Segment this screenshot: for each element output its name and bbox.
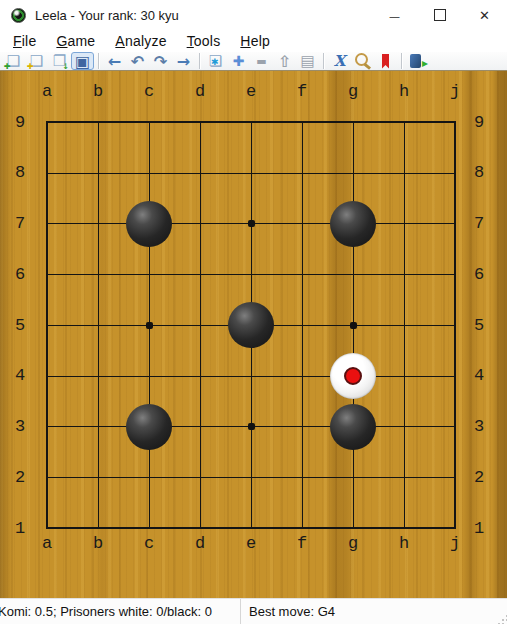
intersection-a6[interactable] <box>22 249 73 300</box>
intersection-d8[interactable] <box>175 147 226 198</box>
intersection-h8[interactable] <box>379 147 430 198</box>
intersection-d6[interactable] <box>175 249 226 300</box>
hoshi-point <box>248 220 255 227</box>
intersection-h1[interactable] <box>379 503 430 554</box>
intersection-d2[interactable] <box>175 452 226 503</box>
intersection-d1[interactable] <box>175 503 226 554</box>
leela-window: Leela - Your rank: 30 kyu FileGameAnalyz… <box>0 0 507 624</box>
bookmark-position-icon[interactable] <box>374 52 397 70</box>
hash-board-icon[interactable] <box>296 52 319 70</box>
intersection-h2[interactable] <box>379 452 430 503</box>
menu-help[interactable]: Help <box>230 33 280 49</box>
intersection-f7[interactable] <box>277 198 328 249</box>
black-stone-e5 <box>228 302 274 348</box>
maximize-button[interactable] <box>417 0 462 30</box>
intersection-f6[interactable] <box>277 249 328 300</box>
redo-move-icon[interactable] <box>149 52 172 70</box>
intersection-c1[interactable] <box>124 503 175 554</box>
minimize-button[interactable] <box>372 0 417 30</box>
intersection-f8[interactable] <box>277 147 328 198</box>
pass-move-icon[interactable] <box>273 52 296 70</box>
intersection-d7[interactable] <box>175 198 226 249</box>
black-stone-c7 <box>126 201 172 247</box>
black-stone-g7 <box>330 201 376 247</box>
white-stone-g4 <box>330 353 376 399</box>
intersection-h5[interactable] <box>379 300 430 351</box>
intersection-f2[interactable] <box>277 452 328 503</box>
intersection-b8[interactable] <box>73 147 124 198</box>
menu-analyze[interactable]: Analyze <box>105 33 176 49</box>
intersection-e7[interactable] <box>226 198 277 249</box>
intersection-b4[interactable] <box>73 350 124 401</box>
intersection-e4[interactable] <box>226 350 277 401</box>
resize-grip[interactable] <box>502 619 504 621</box>
intersection-a3[interactable] <box>22 401 73 452</box>
intersection-a4[interactable] <box>22 350 73 401</box>
intersection-c3[interactable] <box>124 401 175 452</box>
intersection-b1[interactable] <box>73 503 124 554</box>
intersection-b9[interactable] <box>73 97 124 148</box>
status-best-move: Best move: G4 <box>241 604 335 619</box>
intersection-c8[interactable] <box>124 147 175 198</box>
intersection-a9[interactable] <box>22 97 73 148</box>
zoom-board-icon[interactable] <box>351 52 374 70</box>
intersection-b6[interactable] <box>73 249 124 300</box>
intersection-g6[interactable] <box>328 249 379 300</box>
intersection-e6[interactable] <box>226 249 277 300</box>
menu-bar: FileGameAnalyzeToolsHelp <box>0 30 507 52</box>
intersection-b5[interactable] <box>73 300 124 351</box>
intersection-j7[interactable] <box>430 198 481 249</box>
status-komi-prisoners: Komi: 0.5; Prisoners white: 0/black: 0 <box>0 599 241 624</box>
intersection-f9[interactable] <box>277 97 328 148</box>
intersection-h4[interactable] <box>379 350 430 401</box>
intersection-f1[interactable] <box>277 503 328 554</box>
open-game-icon[interactable] <box>48 52 71 70</box>
intersection-h7[interactable] <box>379 198 430 249</box>
intersection-h3[interactable] <box>379 401 430 452</box>
intersection-h6[interactable] <box>379 249 430 300</box>
intersection-j4[interactable] <box>430 350 481 401</box>
black-stone-g3 <box>330 404 376 450</box>
intersection-g8[interactable] <box>328 147 379 198</box>
close-button[interactable] <box>462 0 507 30</box>
menu-tools[interactable]: Tools <box>177 33 231 49</box>
remove-stone-icon[interactable] <box>250 52 273 70</box>
intersection-j6[interactable] <box>430 249 481 300</box>
intersection-a1[interactable] <box>22 503 73 554</box>
intersection-f5[interactable] <box>277 300 328 351</box>
intersection-d9[interactable] <box>175 97 226 148</box>
intersection-g3[interactable] <box>328 401 379 452</box>
toolbar-separator <box>323 53 324 69</box>
intersection-e5[interactable] <box>226 300 277 351</box>
save-game-icon[interactable] <box>71 52 94 70</box>
toolbar <box>0 52 507 71</box>
intersection-c2[interactable] <box>124 452 175 503</box>
intersection-j2[interactable] <box>430 452 481 503</box>
status-bar: Komi: 0.5; Prisoners white: 0/black: 0 B… <box>0 598 507 624</box>
intersection-g7[interactable] <box>328 198 379 249</box>
intersection-e3[interactable] <box>226 401 277 452</box>
intersection-j8[interactable] <box>430 147 481 198</box>
menu-game[interactable]: Game <box>46 33 105 49</box>
intersection-c9[interactable] <box>124 97 175 148</box>
intersection-d4[interactable] <box>175 350 226 401</box>
intersection-j1[interactable] <box>430 503 481 554</box>
undo-move-icon[interactable] <box>126 52 149 70</box>
app-icon <box>11 8 26 23</box>
intersection-b2[interactable] <box>73 452 124 503</box>
intersection-c5[interactable] <box>124 300 175 351</box>
intersection-b3[interactable] <box>73 401 124 452</box>
intersection-a8[interactable] <box>22 147 73 198</box>
intersection-b7[interactable] <box>73 198 124 249</box>
intersection-a2[interactable] <box>22 452 73 503</box>
hoshi-point <box>248 423 255 430</box>
clear-analysis-icon[interactable] <box>328 52 351 70</box>
intersection-c4[interactable] <box>124 350 175 401</box>
intersection-e2[interactable] <box>226 452 277 503</box>
intersection-e1[interactable] <box>226 503 277 554</box>
hoshi-point <box>146 322 153 329</box>
intersection-h9[interactable] <box>379 97 430 148</box>
go-to-start-icon[interactable] <box>103 52 126 70</box>
new-rated-game-icon[interactable] <box>25 52 48 70</box>
intersection-c6[interactable] <box>124 249 175 300</box>
last-move-marker <box>344 367 362 385</box>
toolbar-separator <box>199 53 200 69</box>
intersection-d5[interactable] <box>175 300 226 351</box>
add-stone-icon[interactable] <box>227 52 250 70</box>
intersection-j9[interactable] <box>430 97 481 148</box>
intersection-f3[interactable] <box>277 401 328 452</box>
exit-app-icon[interactable] <box>406 52 429 70</box>
intersection-g1[interactable] <box>328 503 379 554</box>
menu-file[interactable]: File <box>3 33 46 49</box>
intersection-f4[interactable] <box>277 350 328 401</box>
intersection-e9[interactable] <box>226 97 277 148</box>
intersection-a5[interactable] <box>22 300 73 351</box>
intersection-e8[interactable] <box>226 147 277 198</box>
intersection-g2[interactable] <box>328 452 379 503</box>
intersection-a7[interactable] <box>22 198 73 249</box>
black-stone-c3 <box>126 404 172 450</box>
intersection-g4[interactable] <box>328 350 379 401</box>
intersection-d3[interactable] <box>175 401 226 452</box>
go-board: abcdefghj abcdefghj 987654321 987654321 <box>0 71 507 598</box>
intersection-g9[interactable] <box>328 97 379 148</box>
intersection-g5[interactable] <box>328 300 379 351</box>
score-game-icon[interactable] <box>204 52 227 70</box>
hoshi-point <box>350 322 357 329</box>
window-controls <box>372 0 507 30</box>
go-to-end-icon[interactable] <box>172 52 195 70</box>
intersection-j3[interactable] <box>430 401 481 452</box>
intersection-j5[interactable] <box>430 300 481 351</box>
toolbar-separator <box>401 53 402 69</box>
new-game-icon[interactable] <box>2 52 25 70</box>
window-title: Leela - Your rank: 30 kyu <box>35 8 179 23</box>
title-bar: Leela - Your rank: 30 kyu <box>0 0 507 30</box>
board-intersections <box>22 97 481 554</box>
toolbar-separator <box>98 53 99 69</box>
intersection-c7[interactable] <box>124 198 175 249</box>
